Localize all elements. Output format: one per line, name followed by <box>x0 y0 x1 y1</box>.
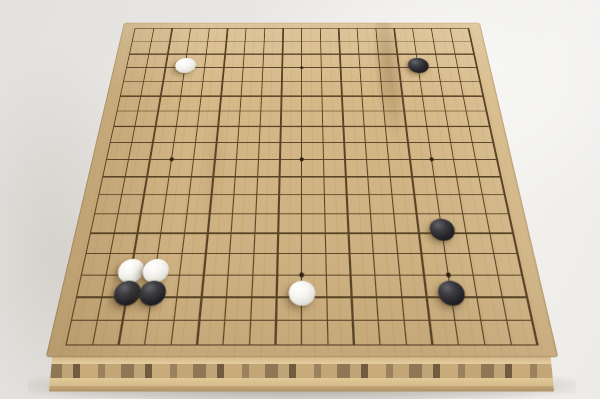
stone-black-D3[interactable] <box>137 280 167 305</box>
star-point <box>445 272 451 277</box>
star-point <box>299 157 304 161</box>
stone-black-Q16[interactable] <box>407 57 430 72</box>
front-edge-laminate-layer <box>49 364 554 378</box>
go-board <box>45 22 558 356</box>
stone-black-C3[interactable] <box>112 280 143 305</box>
front-edge-light-layer <box>49 378 554 386</box>
photo-scene <box>0 0 600 399</box>
stone-white-D4[interactable] <box>140 259 169 283</box>
go-grid[interactable] <box>65 28 538 345</box>
stone-black-Q6[interactable] <box>428 218 456 240</box>
front-edge-bottom-layer <box>49 386 554 392</box>
stone-white-D16[interactable] <box>174 57 197 72</box>
star-point <box>429 157 434 161</box>
star-point <box>299 272 304 277</box>
stone-white-K3[interactable] <box>288 280 315 305</box>
board-front-edge <box>49 355 554 392</box>
stone-black-Q3[interactable] <box>436 280 466 305</box>
stone-white-C4[interactable] <box>116 259 146 283</box>
star-point <box>299 66 303 69</box>
star-point <box>169 157 174 161</box>
